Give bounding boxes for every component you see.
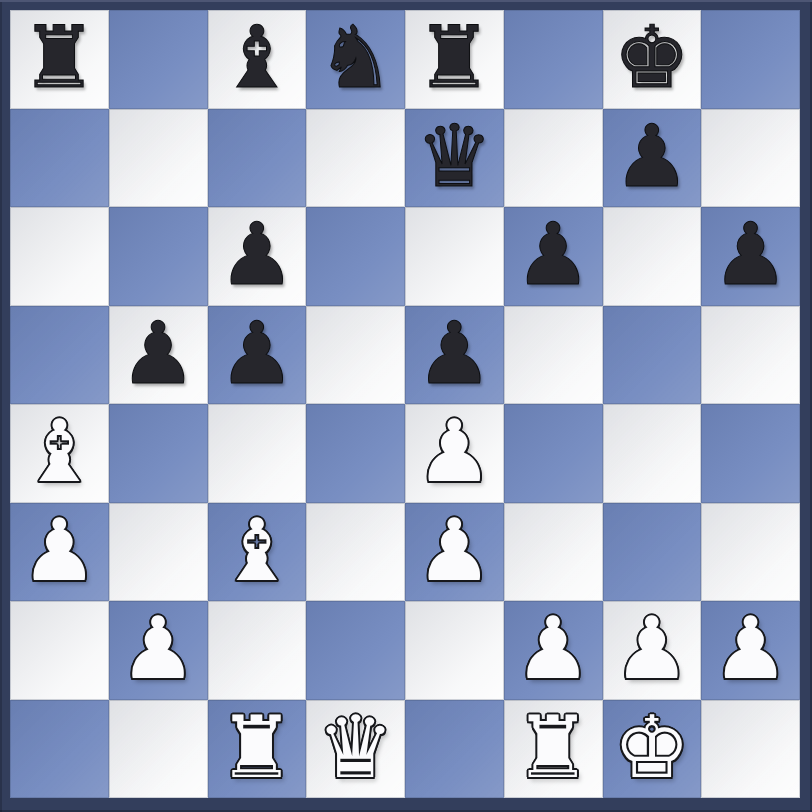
square-g2[interactable]: ♟	[603, 601, 702, 700]
square-d3[interactable]	[306, 503, 405, 602]
square-b2[interactable]: ♟	[109, 601, 208, 700]
white-pawn-e4[interactable]: ♟	[416, 408, 493, 494]
white-pawn-a3[interactable]: ♟	[21, 507, 98, 593]
white-bishop-c3[interactable]: ♝	[218, 507, 295, 593]
white-rook-c1[interactable]: ♜	[218, 704, 295, 790]
square-e4[interactable]: ♟	[405, 404, 504, 503]
square-e8[interactable]: ♜	[405, 10, 504, 109]
square-h8[interactable]	[701, 10, 800, 109]
square-g7[interactable]: ♟	[603, 109, 702, 208]
square-h3[interactable]	[701, 503, 800, 602]
black-pawn-g7[interactable]: ♟	[613, 113, 690, 199]
square-e7[interactable]: ♛	[405, 109, 504, 208]
board-frame: ♜♝♞♜♚♛♟♟♟♟♟♟♟♝♟♟♝♟♟♟♟♟♜♛♜♚	[0, 0, 812, 812]
white-pawn-e3[interactable]: ♟	[416, 507, 493, 593]
black-pawn-b5[interactable]: ♟	[120, 310, 197, 396]
square-f1[interactable]: ♜	[504, 700, 603, 799]
square-h6[interactable]: ♟	[701, 207, 800, 306]
square-c2[interactable]	[208, 601, 307, 700]
square-f4[interactable]	[504, 404, 603, 503]
white-king-g1[interactable]: ♚	[613, 704, 690, 790]
square-a1[interactable]	[10, 700, 109, 799]
black-pawn-f6[interactable]: ♟	[515, 211, 592, 297]
black-pawn-c5[interactable]: ♟	[218, 310, 295, 396]
square-e2[interactable]	[405, 601, 504, 700]
square-f8[interactable]	[504, 10, 603, 109]
square-c1[interactable]: ♜	[208, 700, 307, 799]
square-f6[interactable]: ♟	[504, 207, 603, 306]
square-a8[interactable]: ♜	[10, 10, 109, 109]
square-e3[interactable]: ♟	[405, 503, 504, 602]
chess-board: ♜♝♞♜♚♛♟♟♟♟♟♟♟♝♟♟♝♟♟♟♟♟♜♛♜♚	[10, 10, 800, 798]
square-c4[interactable]	[208, 404, 307, 503]
white-pawn-g2[interactable]: ♟	[613, 605, 690, 691]
square-f2[interactable]: ♟	[504, 601, 603, 700]
square-a4[interactable]: ♝	[10, 404, 109, 503]
square-b5[interactable]: ♟	[109, 306, 208, 405]
square-b8[interactable]	[109, 10, 208, 109]
white-bishop-a4[interactable]: ♝	[21, 408, 98, 494]
square-b7[interactable]	[109, 109, 208, 208]
square-c7[interactable]	[208, 109, 307, 208]
white-pawn-f2[interactable]: ♟	[515, 605, 592, 691]
square-g8[interactable]: ♚	[603, 10, 702, 109]
square-h4[interactable]	[701, 404, 800, 503]
square-h7[interactable]	[701, 109, 800, 208]
square-g3[interactable]	[603, 503, 702, 602]
square-d7[interactable]	[306, 109, 405, 208]
square-e5[interactable]: ♟	[405, 306, 504, 405]
square-f5[interactable]	[504, 306, 603, 405]
square-a7[interactable]	[10, 109, 109, 208]
black-pawn-c6[interactable]: ♟	[218, 211, 295, 297]
square-d4[interactable]	[306, 404, 405, 503]
white-queen-d1[interactable]: ♛	[317, 704, 394, 790]
square-f7[interactable]	[504, 109, 603, 208]
square-d2[interactable]	[306, 601, 405, 700]
square-b1[interactable]	[109, 700, 208, 799]
square-c8[interactable]: ♝	[208, 10, 307, 109]
square-a5[interactable]	[10, 306, 109, 405]
square-d1[interactable]: ♛	[306, 700, 405, 799]
square-c3[interactable]: ♝	[208, 503, 307, 602]
black-knight-d8[interactable]: ♞	[317, 14, 394, 100]
white-pawn-b2[interactable]: ♟	[120, 605, 197, 691]
black-pawn-e5[interactable]: ♟	[416, 310, 493, 396]
square-d5[interactable]	[306, 306, 405, 405]
square-c6[interactable]: ♟	[208, 207, 307, 306]
square-g5[interactable]	[603, 306, 702, 405]
square-a2[interactable]	[10, 601, 109, 700]
square-h1[interactable]	[701, 700, 800, 799]
square-h5[interactable]	[701, 306, 800, 405]
square-e6[interactable]	[405, 207, 504, 306]
square-g1[interactable]: ♚	[603, 700, 702, 799]
square-g6[interactable]	[603, 207, 702, 306]
black-pawn-h6[interactable]: ♟	[712, 211, 789, 297]
square-b4[interactable]	[109, 404, 208, 503]
black-bishop-c8[interactable]: ♝	[218, 14, 295, 100]
square-c5[interactable]: ♟	[208, 306, 307, 405]
square-f3[interactable]	[504, 503, 603, 602]
black-king-g8[interactable]: ♚	[613, 14, 690, 100]
white-rook-f1[interactable]: ♜	[515, 704, 592, 790]
white-pawn-h2[interactable]: ♟	[712, 605, 789, 691]
black-rook-e8[interactable]: ♜	[416, 14, 493, 100]
square-a3[interactable]: ♟	[10, 503, 109, 602]
black-queen-e7[interactable]: ♛	[416, 113, 493, 199]
square-b3[interactable]	[109, 503, 208, 602]
square-a6[interactable]	[10, 207, 109, 306]
square-d8[interactable]: ♞	[306, 10, 405, 109]
square-g4[interactable]	[603, 404, 702, 503]
square-h2[interactable]: ♟	[701, 601, 800, 700]
square-d6[interactable]	[306, 207, 405, 306]
square-e1[interactable]	[405, 700, 504, 799]
square-b6[interactable]	[109, 207, 208, 306]
black-rook-a8[interactable]: ♜	[21, 14, 98, 100]
